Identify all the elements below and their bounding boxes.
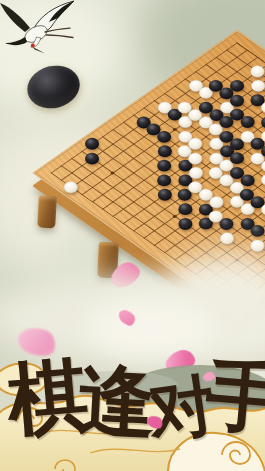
white-stone [261, 203, 265, 215]
white-stone [261, 174, 265, 186]
crane-legs [45, 28, 73, 37]
crane-tail [5, 37, 27, 45]
white-stone [64, 182, 78, 194]
black-stone [178, 203, 192, 215]
white-stone [220, 232, 234, 244]
black-stone [240, 174, 254, 186]
caption-qi-feng-dui-shou: 棋逢对手 [8, 352, 264, 444]
white-stone [189, 153, 203, 165]
black-stone [230, 153, 244, 165]
white-stone [189, 167, 203, 179]
black-stone [157, 174, 171, 186]
white-stone [251, 80, 265, 92]
caption-char: 逢 [76, 355, 159, 449]
app-screenshot: 棋逢对手 [0, 0, 265, 471]
black-stone [157, 145, 171, 157]
white-stone [251, 65, 265, 77]
white-stone [189, 138, 203, 150]
black-stone [251, 225, 265, 237]
crane-red-crown [31, 44, 35, 48]
black-stone [157, 131, 171, 143]
black-stone [261, 116, 265, 128]
black-stone [220, 218, 234, 230]
white-stone [261, 102, 265, 114]
black-stone [230, 80, 244, 92]
black-stone [85, 153, 99, 165]
black-stone [157, 189, 171, 201]
white-stone [251, 240, 265, 252]
black-stone [178, 218, 192, 230]
black-stone [240, 116, 254, 128]
black-stone [85, 138, 99, 150]
caption-char: 手 [203, 350, 265, 444]
white-stone [209, 196, 223, 208]
white-stone [261, 160, 265, 172]
crane-left-wing [0, 3, 30, 32]
black-stone [157, 160, 171, 172]
black-stone [230, 94, 244, 106]
board-leg [37, 196, 57, 229]
